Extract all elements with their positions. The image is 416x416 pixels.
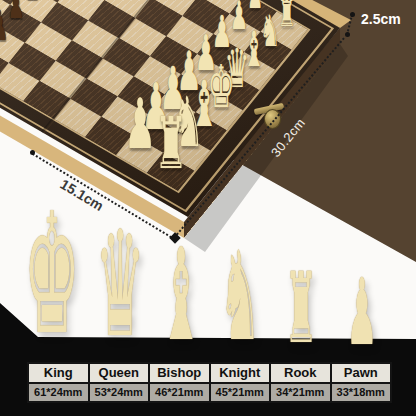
dimension-dot: [30, 150, 35, 155]
size-table-value-rook: 34*21mm: [271, 384, 330, 401]
size-table-header-queen: Queen: [90, 364, 149, 382]
board-piece-white-p: ♟: [124, 91, 156, 161]
size-table-header-bishop: Bishop: [150, 364, 209, 382]
board-piece-white-r: ♜: [155, 107, 188, 178]
board-piece-black-p: ♟: [0, 5, 9, 47]
size-table-value-pawn: 33*18mm: [332, 384, 391, 401]
dimension-dot: [350, 12, 355, 17]
product-image: ♜♞♝♛♚♝♞♜♟♟♟♟♟♟♟♟♟♟♟♟♟♟♟♟♜♞♝♛♚♝♞♜ 2.5cm 3…: [0, 0, 416, 416]
size-table-value-queen: 53*24mm: [90, 384, 149, 401]
board-pieces-layer: ♜♞♝♛♚♝♞♜♟♟♟♟♟♟♟♟♟♟♟♟♟♟♟♟♜♞♝♛♚♝♞♜: [0, 0, 416, 416]
size-table-value-king: 61*24mm: [29, 384, 88, 401]
dimension-dot: [345, 32, 350, 37]
board-piece-black-p: ♟: [25, 0, 40, 5]
size-table-value-bishop: 46*21mm: [150, 384, 209, 401]
size-table-header-king: King: [29, 364, 88, 382]
size-table-value-knight: 45*21mm: [211, 384, 270, 401]
size-table-header-knight: Knight: [211, 364, 270, 382]
piece-size-table: KingQueenBishopKnightRookPawn61*24mm53*2…: [27, 362, 392, 403]
board-piece-black-p: ♟: [7, 0, 24, 26]
board-piece-white-r: ♜: [278, 0, 296, 33]
dimension-label-thickness: 2.5cm: [361, 11, 401, 27]
size-table-header-rook: Rook: [271, 364, 330, 382]
size-table-header-pawn: Pawn: [332, 364, 391, 382]
